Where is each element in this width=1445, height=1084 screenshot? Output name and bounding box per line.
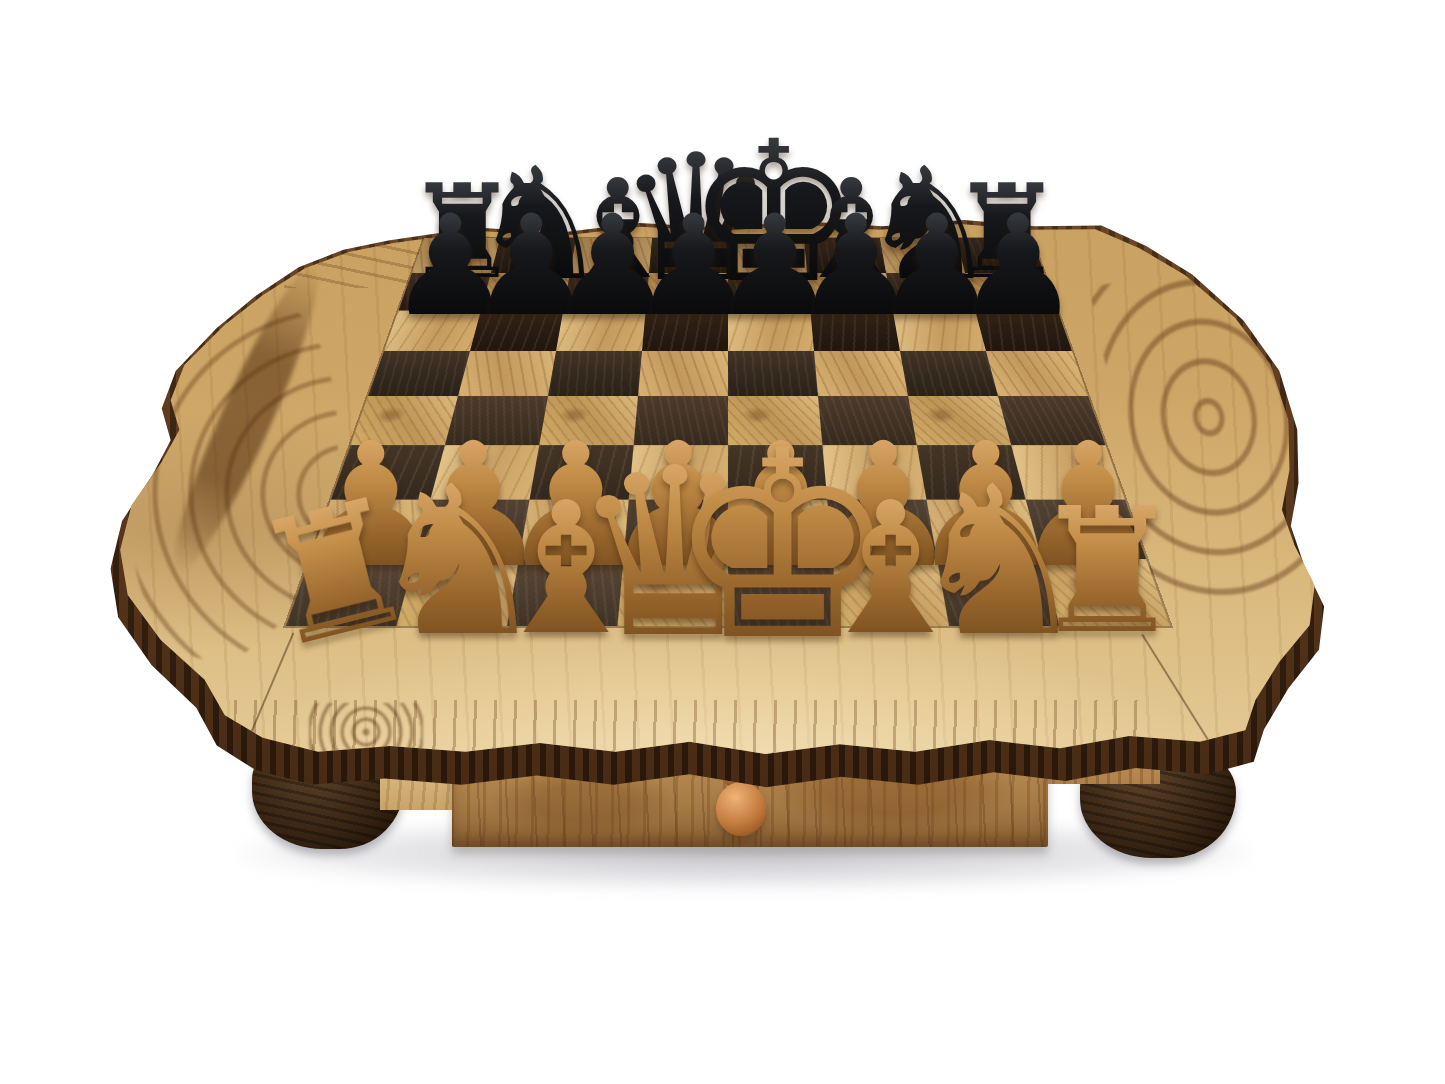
square-a5[interactable] [368, 351, 470, 396]
square-c5[interactable] [548, 351, 642, 396]
square-f5[interactable] [814, 351, 908, 396]
square-d5[interactable] [638, 351, 728, 396]
chess-set-photo: ♜♞♝♛♚♝♞♜♟♟♟♟♟♟♟♟♟♟♟♟♟♟♟♟♜♞♝♛♚♝♞♜ [0, 0, 1445, 1084]
square-e5[interactable] [728, 351, 818, 396]
piece-white-rook-h1[interactable]: ♜ [1030, 486, 1185, 659]
square-g5[interactable] [900, 351, 998, 396]
square-h5[interactable] [986, 351, 1088, 396]
drawer-knob-ball [716, 782, 766, 836]
square-b5[interactable] [458, 351, 556, 396]
piece-black-pawn-h7[interactable]: ♟ [956, 197, 1081, 336]
